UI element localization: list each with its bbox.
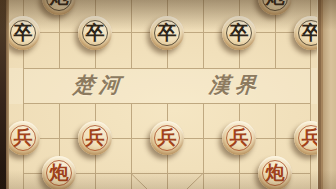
piece-red-cannon[interactable]: 炮 [258,156,292,189]
board-right-edge [323,0,336,189]
piece-black-soldier[interactable]: 卒 [150,16,184,50]
piece-character: 炮 [50,0,69,6]
grid-cell [167,173,203,189]
grid-cell [95,173,131,189]
piece-character: 卒 [230,23,249,42]
piece-character: 卒 [14,23,33,42]
grid-cell [203,173,239,189]
piece-character: 炮 [266,163,285,182]
piece-red-cannon[interactable]: 炮 [42,156,76,189]
piece-character: 兵 [158,128,177,147]
piece-character: 炮 [266,0,285,6]
piece-character: 卒 [158,23,177,42]
grid-cell [167,68,203,103]
piece-black-soldier[interactable]: 卒 [78,16,112,50]
river-label-han-jie: 漢界 [208,71,262,99]
piece-character: 兵 [86,128,105,147]
piece-character: 兵 [14,128,33,147]
piece-character: 卒 [86,23,105,42]
grid-cell [275,68,311,103]
grid-cell [23,68,59,103]
piece-black-soldier[interactable]: 卒 [6,16,40,50]
piece-character: 兵 [230,128,249,147]
piece-black-soldier[interactable]: 卒 [222,16,256,50]
xiangqi-board: 楚河 漢界 炮炮卒卒卒卒卒兵兵兵兵兵炮炮 [0,0,336,189]
grid-cell [131,68,167,103]
river-label-chu-he: 楚河 [72,71,126,99]
piece-character: 炮 [50,163,69,182]
grid-cell [131,173,167,189]
board-left-frame [6,0,9,189]
